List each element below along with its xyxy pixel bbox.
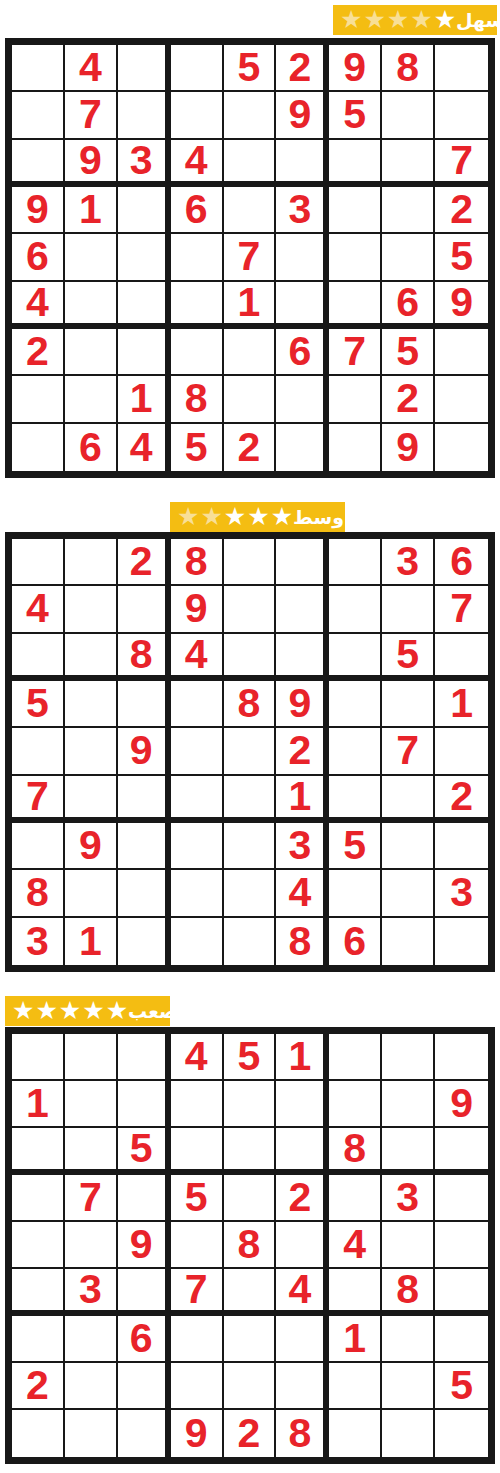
sudoku-cell-r6c1: 7 [12,776,65,823]
sudoku-cell-r5c5: 7 [224,234,277,281]
sudoku-cell-r8c6 [276,1363,329,1410]
sudoku-cell-r9c6: 8 [276,918,329,965]
sudoku-cell-r9c1 [12,1410,65,1457]
sudoku-cell-r5c5: 8 [224,1222,277,1269]
sudoku-cell-r4c6: 9 [276,681,329,728]
sudoku-cell-r5c1 [12,728,65,775]
sudoku-cell-r7c3: 6 [118,1316,171,1363]
sudoku-cell-r1c7: 9 [329,45,382,92]
sudoku-cell-r2c9 [435,92,488,139]
sudoku-cell-r1c2: 4 [65,45,118,92]
sudoku-cell-r9c5: 2 [224,1410,277,1457]
sudoku-cell-r5c7: 4 [329,1222,382,1269]
sudoku-cell-r6c8: 6 [382,282,435,329]
sudoku-cell-r6c5: 1 [224,282,277,329]
sudoku-cell-r7c7: 1 [329,1316,382,1363]
sudoku-cell-r7c8 [382,823,435,870]
sudoku-cell-r7c7: 7 [329,329,382,376]
sudoku-cell-r1c4: 8 [171,539,224,586]
sudoku-cell-r9c7 [329,424,382,471]
sudoku-cell-r3c5 [224,1128,277,1175]
sudoku-cell-r7c2: 9 [65,823,118,870]
sudoku-cell-r6c3 [118,282,171,329]
sudoku-cell-r2c7 [329,1081,382,1128]
sudoku-cell-r6c2 [65,776,118,823]
sudoku-cell-r8c4: 8 [171,376,224,423]
sudoku-cell-r8c3 [118,1363,171,1410]
sudoku-cell-r3c4 [171,1128,224,1175]
sudoku-cell-r4c2 [65,681,118,728]
sudoku-cell-r6c8 [382,776,435,823]
star-filled-icon: ★ [434,5,456,35]
sudoku-cell-r7c6 [276,1316,329,1363]
sudoku-cell-r8c6 [276,376,329,423]
sudoku-cell-r5c3 [118,234,171,281]
sudoku-cell-r8c1: 8 [12,870,65,917]
sudoku-cell-r6c6: 4 [276,1269,329,1316]
sudoku-cell-r5c7 [329,728,382,775]
sudoku-cell-r5c8 [382,234,435,281]
sudoku-cell-r2c4: 9 [171,586,224,633]
sudoku-cell-r6c3 [118,1269,171,1316]
sudoku-cell-r1c4 [171,45,224,92]
sudoku-cell-r2c2 [65,586,118,633]
sudoku-cell-r7c3 [118,329,171,376]
sudoku-cell-r3c7 [329,634,382,681]
sudoku-cell-r7c9 [435,1316,488,1363]
sudoku-cell-r2c1 [12,92,65,139]
sudoku-cell-r9c4: 9 [171,1410,224,1457]
sudoku-cell-r5c2 [65,1222,118,1269]
sudoku-cell-r4c1: 9 [12,187,65,234]
sudoku-cell-r1c1 [12,539,65,586]
sudoku-cell-r9c9 [435,918,488,965]
sudoku-cell-r6c3 [118,776,171,823]
sudoku-cell-r1c6: 2 [276,45,329,92]
sudoku-cell-r3c4: 4 [171,634,224,681]
sudoku-cell-r5c4 [171,728,224,775]
sudoku-cell-r3c6 [276,634,329,681]
sudoku-cell-r4c7 [329,187,382,234]
sudoku-cell-r9c7 [329,1410,382,1457]
sudoku-cell-r4c4: 5 [171,1175,224,1222]
sudoku-cell-r4c6: 3 [276,187,329,234]
sudoku-cell-r7c7: 5 [329,823,382,870]
sudoku-cell-r4c9 [435,1175,488,1222]
sudoku-cell-r6c9: 9 [435,282,488,329]
sudoku-cell-r4c8 [382,187,435,234]
sudoku-cell-r9c8 [382,918,435,965]
sudoku-cell-r8c8 [382,870,435,917]
star-empty-icon: ★ [387,5,409,35]
sudoku-cell-r8c3: 1 [118,376,171,423]
sudoku-cell-r6c2: 3 [65,1269,118,1316]
sudoku-cell-r7c6: 6 [276,329,329,376]
sudoku-cell-r4c8: 3 [382,1175,435,1222]
sudoku-cell-r2c5 [224,586,277,633]
sudoku-cell-r4c4: 6 [171,187,224,234]
sudoku-cell-r3c5 [224,140,277,187]
sudoku-cell-r4c9: 1 [435,681,488,728]
star-filled-icon: ★ [271,502,293,532]
sudoku-cell-r5c4 [171,234,224,281]
sudoku-cell-r9c6 [276,424,329,471]
sudoku-cell-r5c1: 6 [12,234,65,281]
sudoku-cell-r5c9 [435,728,488,775]
sudoku-cell-r8c5 [224,1363,277,1410]
sudoku-cell-r3c6 [276,140,329,187]
sudoku-cell-r4c2: 1 [65,187,118,234]
sudoku-cell-r9c3 [118,918,171,965]
sudoku-cell-r9c3: 4 [118,424,171,471]
sudoku-cell-r4c2: 7 [65,1175,118,1222]
star-empty-icon: ★ [177,502,199,532]
sudoku-cell-r5c2 [65,728,118,775]
sudoku-cell-r7c1: 2 [12,329,65,376]
star-filled-icon: ★ [224,502,246,532]
sudoku-cell-r7c3 [118,823,171,870]
sudoku-cell-r1c4: 4 [171,1034,224,1081]
sudoku-cell-r8c9 [435,376,488,423]
sudoku-cell-r9c5: 2 [224,424,277,471]
sudoku-cell-r2c7 [329,586,382,633]
sudoku-cell-r8c7 [329,376,382,423]
sudoku-cell-r4c5: 8 [224,681,277,728]
sudoku-cell-r1c8: 8 [382,45,435,92]
sudoku-cell-r9c6: 8 [276,1410,329,1457]
sudoku-cell-r1c8 [382,1034,435,1081]
star-empty-icon: ★ [410,5,432,35]
sudoku-cell-r4c1: 5 [12,681,65,728]
sudoku-cell-r3c3: 5 [118,1128,171,1175]
sudoku-cell-r9c8: 9 [382,424,435,471]
sudoku-cell-r2c7: 5 [329,92,382,139]
sudoku-cell-r3c5 [224,634,277,681]
sudoku-cell-r9c2 [65,1410,118,1457]
sudoku-cell-r7c1 [12,823,65,870]
sudoku-cell-r8c2 [65,870,118,917]
sudoku-cell-r6c4 [171,776,224,823]
sudoku-cell-r1c9 [435,45,488,92]
sudoku-cell-r5c5 [224,728,277,775]
sudoku-cell-r3c7: 8 [329,1128,382,1175]
star-empty-icon: ★ [363,5,385,35]
sudoku-cell-r7c2 [65,329,118,376]
sudoku-cell-r9c2: 1 [65,918,118,965]
sudoku-cell-r7c5 [224,329,277,376]
sudoku-cell-r2c8 [382,586,435,633]
sudoku-cell-r5c6: 2 [276,728,329,775]
sudoku-cell-r2c5 [224,1081,277,1128]
sudoku-cell-r7c2 [65,1316,118,1363]
sudoku-cell-r1c2 [65,539,118,586]
sudoku-cell-r4c5 [224,1175,277,1222]
sudoku-cell-r3c4: 4 [171,140,224,187]
sudoku-cell-r9c9 [435,1410,488,1457]
sudoku-cell-r5c3: 9 [118,728,171,775]
sudoku-cell-r2c6: 9 [276,92,329,139]
sudoku-cell-r1c9: 6 [435,539,488,586]
sudoku-cell-r4c4 [171,681,224,728]
sudoku-cell-r7c5 [224,823,277,870]
sudoku-cell-r7c9 [435,823,488,870]
sudoku-cell-r9c3 [118,1410,171,1457]
star-empty-icon: ★ [340,5,362,35]
sudoku-cell-r3c1 [12,140,65,187]
sudoku-cell-r2c1: 1 [12,1081,65,1128]
sudoku-cell-r5c1 [12,1222,65,1269]
sudoku-cell-r8c7 [329,1363,382,1410]
difficulty-banner-medium: ★★★★★ وسط [170,502,345,532]
sudoku-cell-r7c4 [171,823,224,870]
sudoku-cell-r4c7 [329,1175,382,1222]
sudoku-cell-r7c6: 3 [276,823,329,870]
sudoku-cell-r6c6: 1 [276,776,329,823]
sudoku-cell-r3c6 [276,1128,329,1175]
sudoku-cell-r2c3 [118,92,171,139]
sudoku-cell-r3c2 [65,634,118,681]
sudoku-cell-r7c5 [224,1316,277,1363]
sudoku-cell-r9c7: 6 [329,918,382,965]
sudoku-cell-r3c8 [382,140,435,187]
sudoku-cell-r1c3 [118,45,171,92]
sudoku-cell-r1c5 [224,539,277,586]
sudoku-cell-r3c9 [435,1128,488,1175]
star-filled-icon: ★ [59,996,81,1026]
sudoku-cell-r6c8: 8 [382,1269,435,1316]
sudoku-cell-r9c2: 6 [65,424,118,471]
star-filled-icon: ★ [106,996,128,1026]
sudoku-cell-r3c3: 8 [118,634,171,681]
difficulty-stars: ★★★★★ [12,996,128,1026]
sudoku-cell-r5c4 [171,1222,224,1269]
sudoku-cell-r8c2 [65,1363,118,1410]
sudoku-cell-r6c9 [435,1269,488,1316]
sudoku-cell-r9c4 [171,918,224,965]
star-filled-icon: ★ [12,996,34,1026]
sudoku-cell-r1c1 [12,45,65,92]
difficulty-stars: ★★★★★ [177,502,293,532]
sudoku-cell-r1c2 [65,1034,118,1081]
sudoku-cell-r1c3: 2 [118,539,171,586]
sudoku-cell-r2c4 [171,92,224,139]
sudoku-cell-r4c3 [118,681,171,728]
sudoku-cell-r2c2 [65,1081,118,1128]
sudoku-cell-r8c1 [12,376,65,423]
sudoku-cell-r6c7 [329,282,382,329]
sudoku-cell-r7c8: 5 [382,329,435,376]
sudoku-cell-r6c4: 7 [171,1269,224,1316]
difficulty-label: صعب [128,997,177,1025]
sudoku-cell-r4c9: 2 [435,187,488,234]
star-filled-icon: ★ [247,502,269,532]
sudoku-cell-r6c6 [276,282,329,329]
difficulty-banner-hard: ★★★★★ صعب [5,996,170,1026]
sudoku-cell-r3c1 [12,1128,65,1175]
difficulty-stars: ★★★★★ [340,5,456,35]
sudoku-cell-r7c8 [382,1316,435,1363]
sudoku-cell-r3c8: 5 [382,634,435,681]
sudoku-cell-r8c8 [382,1363,435,1410]
sudoku-cell-r3c1 [12,634,65,681]
sudoku-cell-r5c6 [276,234,329,281]
sudoku-cell-r9c8 [382,1410,435,1457]
sudoku-cell-r9c5 [224,918,277,965]
difficulty-label: وسط [293,503,344,531]
sudoku-cell-r6c4 [171,282,224,329]
sudoku-cell-r8c8: 2 [382,376,435,423]
sudoku-cell-r3c9 [435,634,488,681]
sudoku-cell-r7c4 [171,1316,224,1363]
sudoku-cell-r8c4 [171,870,224,917]
sudoku-cell-r2c6 [276,1081,329,1128]
sudoku-cell-r8c5 [224,376,277,423]
sudoku-cell-r3c9: 7 [435,140,488,187]
sudoku-cell-r7c1 [12,1316,65,1363]
difficulty-banner-easy: ★★★★★ سهل [333,5,497,35]
sudoku-cell-r8c9: 5 [435,1363,488,1410]
sudoku-cell-r5c9: 5 [435,234,488,281]
sudoku-cell-r1c1 [12,1034,65,1081]
sudoku-cell-r1c9 [435,1034,488,1081]
sudoku-cell-r5c3: 9 [118,1222,171,1269]
sudoku-cell-r6c1 [12,1269,65,1316]
sudoku-cell-r6c5 [224,1269,277,1316]
sudoku-cell-r4c3 [118,1175,171,1222]
sudoku-cell-r8c3 [118,870,171,917]
sudoku-cell-r2c6 [276,586,329,633]
sudoku-cell-r2c9: 9 [435,1081,488,1128]
star-filled-icon: ★ [82,996,104,1026]
sudoku-cell-r5c8 [382,1222,435,1269]
sudoku-cell-r6c9: 2 [435,776,488,823]
sudoku-cell-r8c6: 4 [276,870,329,917]
sudoku-cell-r1c7 [329,1034,382,1081]
sudoku-cell-r8c4 [171,1363,224,1410]
sudoku-cell-r6c5 [224,776,277,823]
sudoku-cell-r8c2 [65,376,118,423]
sudoku-cell-r3c7 [329,140,382,187]
sudoku-cell-r8c5 [224,870,277,917]
sudoku-cell-r7c4 [171,329,224,376]
sudoku-cell-r3c3: 3 [118,140,171,187]
sudoku-cell-r1c5: 5 [224,45,277,92]
sudoku-cell-r2c3 [118,1081,171,1128]
sudoku-cell-r9c1 [12,424,65,471]
star-filled-icon: ★ [35,996,57,1026]
sudoku-cell-r8c1: 2 [12,1363,65,1410]
sudoku-cell-r8c9: 3 [435,870,488,917]
sudoku-cell-r5c7 [329,234,382,281]
sudoku-cell-r9c9 [435,424,488,471]
sudoku-cell-r4c3 [118,187,171,234]
sudoku-cell-r6c2 [65,282,118,329]
sudoku-cell-r5c2 [65,234,118,281]
sudoku-cell-r1c7 [329,539,382,586]
sudoku-cell-r1c8: 3 [382,539,435,586]
star-empty-icon: ★ [200,502,222,532]
sudoku-cell-r1c6: 1 [276,1034,329,1081]
sudoku-cell-r6c7 [329,1269,382,1316]
sudoku-cell-r1c6 [276,539,329,586]
sudoku-cell-r2c9: 7 [435,586,488,633]
sudoku-cell-r2c8 [382,1081,435,1128]
sudoku-cell-r5c6 [276,1222,329,1269]
sudoku-cell-r7c9 [435,329,488,376]
sudoku-cell-r2c1: 4 [12,586,65,633]
sudoku-cell-r4c6: 2 [276,1175,329,1222]
sudoku-cell-r2c8 [382,92,435,139]
sudoku-grid-medium: 283649784558919277129358433186 [5,532,495,972]
sudoku-cell-r5c8: 7 [382,728,435,775]
sudoku-cell-r4c8 [382,681,435,728]
sudoku-grid-hard: 4511958752398437486125928 [5,1027,495,1464]
sudoku-cell-r3c2: 9 [65,140,118,187]
sudoku-cell-r9c1: 3 [12,918,65,965]
sudoku-cell-r8c7 [329,870,382,917]
sudoku-cell-r1c5: 5 [224,1034,277,1081]
sudoku-cell-r2c4 [171,1081,224,1128]
sudoku-cell-r1c3 [118,1034,171,1081]
sudoku-cell-r4c5 [224,187,277,234]
sudoku-cell-r2c3 [118,586,171,633]
sudoku-cell-r5c9 [435,1222,488,1269]
sudoku-cell-r9c4: 5 [171,424,224,471]
difficulty-label: سهل [456,6,500,34]
sudoku-grid-easy: 452987959347916326754169267518264529 [5,38,495,478]
sudoku-cell-r6c7 [329,776,382,823]
sudoku-cell-r3c2 [65,1128,118,1175]
sudoku-cell-r2c5 [224,92,277,139]
sudoku-cell-r6c1: 4 [12,282,65,329]
sudoku-cell-r2c2: 7 [65,92,118,139]
sudoku-cell-r4c7 [329,681,382,728]
sudoku-cell-r4c1 [12,1175,65,1222]
sudoku-cell-r3c8 [382,1128,435,1175]
